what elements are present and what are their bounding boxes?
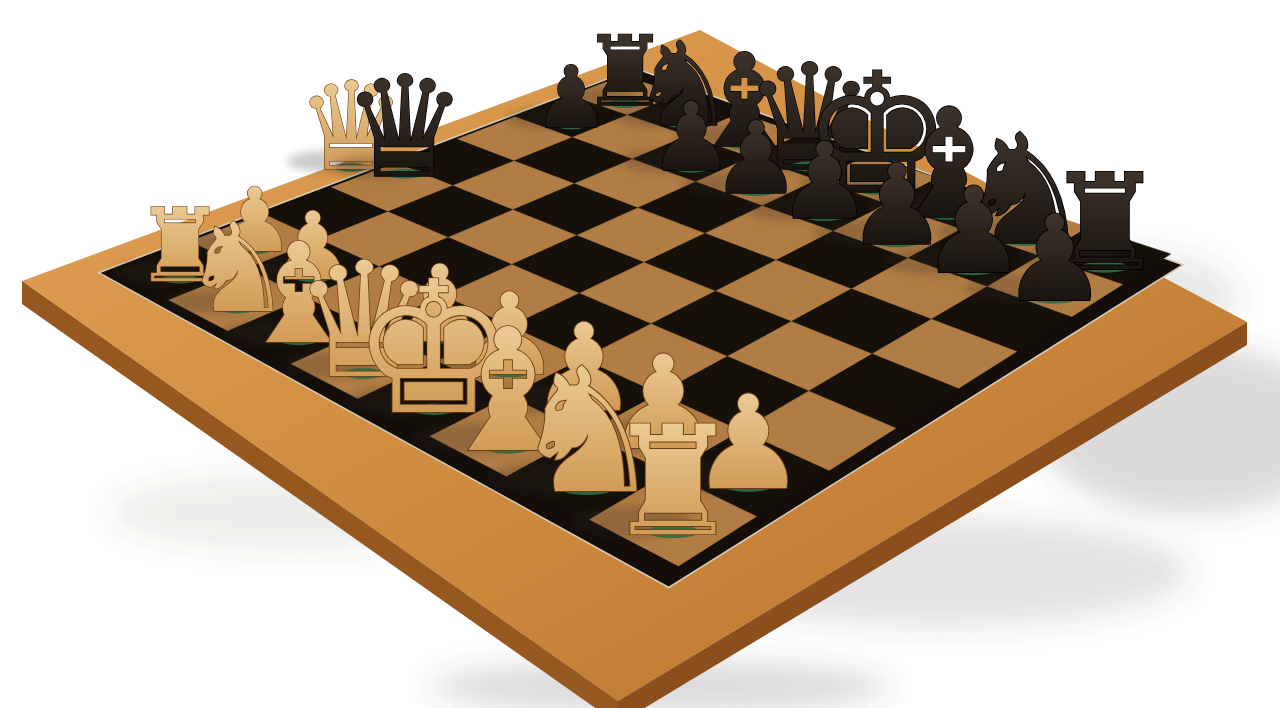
chess-board-scene: ♜♞♟♝♛♟♛♛♚♟♝♟♞♟♟♜♟♟♜♟♞♟♝♟♛♟♚♟♝♟♞♜ [0, 0, 1280, 708]
white-rook-glyph: ♜ [605, 394, 741, 570]
chess-set-photo: ♜♞♟♝♛♟♛♛♚♟♝♟♞♟♟♜♟♟♜♟♞♟♝♟♛♟♚♟♝♟♞♜ [0, 0, 1280, 708]
black-queen-glyph: ♛ [342, 46, 468, 209]
black-pawn-glyph: ♟ [1002, 190, 1108, 328]
spare-black-queen[interactable]: ♛ [332, 46, 468, 209]
black-pawn-glyph: ♟ [533, 48, 610, 147]
